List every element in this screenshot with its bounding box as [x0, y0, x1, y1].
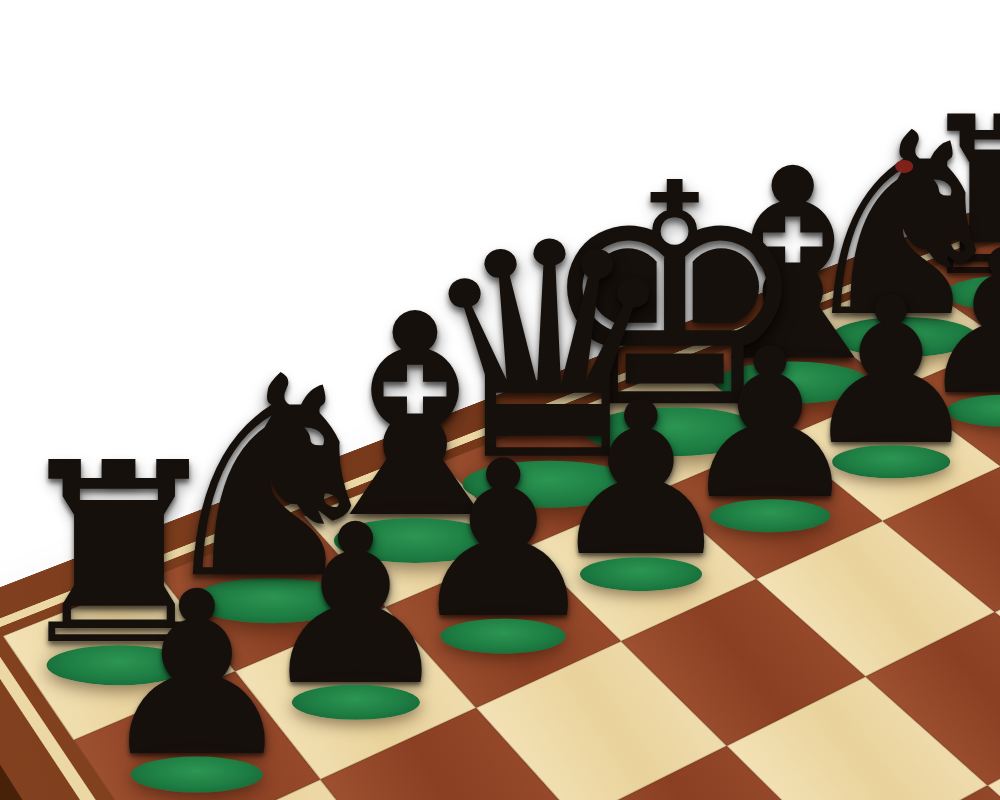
chess-set-photo: ♜♞♝♛♚♝♞♜♟♟♟♟♟♟♟♟ — [0, 0, 1000, 800]
perspective-scene — [0, 0, 1000, 800]
chess-board — [0, 196, 1000, 800]
maple-pinstripe — [0, 221, 1000, 800]
board-grid — [3, 236, 1000, 800]
frame-inner-band — [0, 228, 1000, 800]
